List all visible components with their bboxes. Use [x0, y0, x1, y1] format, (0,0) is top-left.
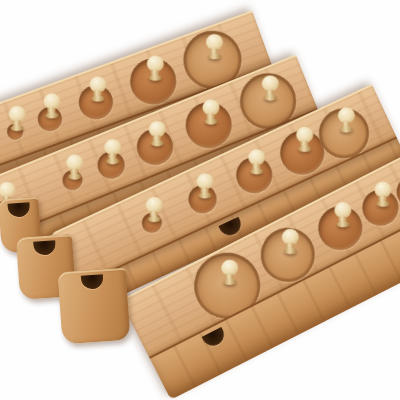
cylinder-knob-b4-2[interactable] [279, 229, 301, 259]
block-end-face [58, 268, 131, 345]
knob-base [250, 168, 263, 174]
knob-base [376, 201, 389, 207]
knob-base [283, 248, 296, 254]
knob-base [150, 140, 163, 146]
cylinder-knob-b1-4[interactable] [144, 56, 166, 86]
finger-notch [202, 327, 228, 349]
knob-base [208, 53, 221, 59]
cylinder-knob-b1-1[interactable] [6, 106, 28, 136]
knob-base [148, 75, 161, 81]
cylinder-knob-b4-4[interactable] [372, 182, 394, 212]
cylinder-knob-b3-1[interactable] [143, 197, 165, 227]
knob-base [336, 221, 349, 227]
cylinder-knob-b3-2[interactable] [194, 173, 216, 203]
cylinder-blocks-photo [0, 0, 400, 400]
knob-base [10, 125, 23, 131]
cylinder-knob-b3-3[interactable] [245, 149, 267, 179]
knob-base [106, 158, 119, 164]
cylinder-knob-b2-4[interactable] [146, 121, 168, 151]
knob-base [198, 192, 211, 198]
knob-base [263, 94, 276, 100]
knob-base [147, 216, 160, 222]
cylinder-knob-b2-5[interactable] [199, 99, 221, 129]
cylinder-knob-b2-2[interactable] [63, 155, 85, 185]
cylinder-knob-b3-4[interactable] [293, 127, 315, 157]
knob-base [68, 174, 81, 180]
cylinder-knob-b1-5[interactable] [203, 34, 225, 64]
knob-base [204, 118, 217, 124]
knob-base [339, 126, 352, 132]
finger-notch [81, 274, 104, 290]
cylinder-knob-b4-3[interactable] [331, 202, 353, 232]
cylinder-knob-b4-1[interactable] [218, 260, 240, 290]
finger-notch [218, 217, 244, 239]
cylinder-knob-b2-6[interactable] [259, 75, 281, 105]
finger-notch [7, 202, 30, 218]
cylinder-knob-b2-3[interactable] [101, 139, 123, 169]
cylinder-knob-b1-3[interactable] [87, 77, 109, 107]
cylinder-knob-b3-5[interactable] [335, 107, 357, 137]
knob-base [298, 146, 311, 152]
knob-base [45, 112, 58, 118]
finger-notch [33, 240, 56, 256]
knob-base [91, 96, 104, 102]
knob-base [223, 279, 236, 285]
cylinder-knob-b1-2[interactable] [40, 93, 62, 123]
